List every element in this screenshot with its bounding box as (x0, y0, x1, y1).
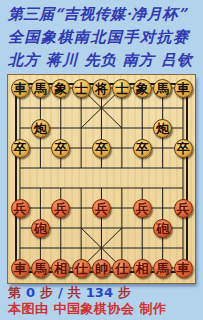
piece-black-馬[interactable]: 馬 (31, 79, 50, 98)
piece-black-炮[interactable]: 炮 (31, 119, 50, 138)
piece-black-士[interactable]: 士 (112, 79, 131, 98)
piece-red-帥[interactable]: 帥 (92, 259, 111, 278)
piece-black-象[interactable]: 象 (133, 79, 152, 98)
board-cell: 士 (112, 78, 132, 98)
piece-red-兵[interactable]: 兵 (174, 199, 193, 218)
xiangqi-viewer: 第三届“吉视传媒·净月杯” 全国象棋南北国手对抗赛 北方 蒋川 先负 南方 吕钦… (0, 0, 203, 320)
piece-black-将[interactable]: 将 (92, 79, 111, 98)
board-cell: 士 (71, 78, 91, 98)
board-cell: 馬 (30, 258, 50, 278)
piece-black-車[interactable]: 車 (174, 79, 193, 98)
move-prefix: 第 (8, 285, 21, 300)
piece-black-卒[interactable]: 卒 (133, 139, 152, 158)
board-cell: 象 (132, 78, 152, 98)
board-cell: 相 (132, 258, 152, 278)
piece-black-卒[interactable]: 卒 (11, 139, 30, 158)
board-cell: 卒 (91, 138, 111, 158)
total-number: 134 (86, 285, 113, 300)
piece-black-士[interactable]: 士 (72, 79, 91, 98)
move-counter: 第0步/共134步 (8, 285, 200, 301)
board-cell: 馬 (30, 78, 50, 98)
board-cell: 車 (10, 78, 30, 98)
board-cell: 兵 (10, 198, 30, 218)
board-cell: 卒 (51, 138, 71, 158)
piece-black-卒[interactable]: 卒 (92, 139, 111, 158)
move-number: 0 (26, 285, 35, 300)
piece-black-馬[interactable]: 馬 (153, 79, 172, 98)
board-cell: 兵 (91, 198, 111, 218)
board-cell: 車 (173, 78, 193, 98)
board-cell: 卒 (132, 138, 152, 158)
board-cell: 馬 (152, 78, 172, 98)
board-cell: 兵 (173, 198, 193, 218)
piece-red-仕[interactable]: 仕 (72, 259, 91, 278)
credit-line: 本图由 中国象棋协会 制作 (8, 301, 200, 317)
piece-red-相[interactable]: 相 (51, 259, 70, 278)
board-cell: 将 (91, 78, 111, 98)
board-cell: 仕 (71, 258, 91, 278)
piece-black-炮[interactable]: 炮 (153, 119, 172, 138)
piece-red-馬[interactable]: 馬 (153, 259, 172, 278)
board-cell: 卒 (173, 138, 193, 158)
board-cell: 相 (51, 258, 71, 278)
board-cell: 兵 (132, 198, 152, 218)
board-cell: 卒 (10, 138, 30, 158)
event-title-line1: 第三届“吉视传媒·净月杯” (8, 4, 200, 24)
piece-red-兵[interactable]: 兵 (92, 199, 111, 218)
piece-red-兵[interactable]: 兵 (133, 199, 152, 218)
piece-red-砲[interactable]: 砲 (153, 219, 172, 238)
piece-red-砲[interactable]: 砲 (31, 219, 50, 238)
piece-black-車[interactable]: 車 (11, 79, 30, 98)
piece-red-仕[interactable]: 仕 (112, 259, 131, 278)
piece-black-象[interactable]: 象 (51, 79, 70, 98)
xiangqi-board[interactable]: 車馬象士将士象馬車炮炮卒卒卒卒卒兵兵兵兵兵砲砲車馬相仕帥仕相馬車 (8, 75, 195, 283)
event-title-line2: 全国象棋南北国手对抗赛 (8, 27, 200, 47)
piece-red-車[interactable]: 車 (174, 259, 193, 278)
pieces-layer: 車馬象士将士象馬車炮炮卒卒卒卒卒兵兵兵兵兵砲砲車馬相仕帥仕相馬車 (10, 78, 193, 278)
board-cell: 兵 (51, 198, 71, 218)
total-prefix: 共 (68, 285, 81, 300)
players-result-line: 北方 蒋川 先负 南方 吕钦 (8, 50, 200, 70)
separator: / (58, 285, 63, 300)
board-cell: 炮 (152, 118, 172, 138)
board-cell: 馬 (152, 258, 172, 278)
board-cell: 炮 (30, 118, 50, 138)
board-cell: 車 (173, 258, 193, 278)
board-cell: 車 (10, 258, 30, 278)
piece-red-相[interactable]: 相 (133, 259, 152, 278)
board-cell: 仕 (112, 258, 132, 278)
board-cell: 帥 (91, 258, 111, 278)
piece-red-車[interactable]: 車 (11, 259, 30, 278)
piece-black-卒[interactable]: 卒 (174, 139, 193, 158)
piece-red-馬[interactable]: 馬 (31, 259, 50, 278)
total-unit: 步 (118, 285, 131, 300)
board-cell: 象 (51, 78, 71, 98)
piece-black-卒[interactable]: 卒 (51, 139, 70, 158)
board-cell: 砲 (152, 218, 172, 238)
move-unit: 步 (40, 285, 53, 300)
board-cell: 砲 (30, 218, 50, 238)
piece-red-兵[interactable]: 兵 (11, 199, 30, 218)
piece-red-兵[interactable]: 兵 (51, 199, 70, 218)
